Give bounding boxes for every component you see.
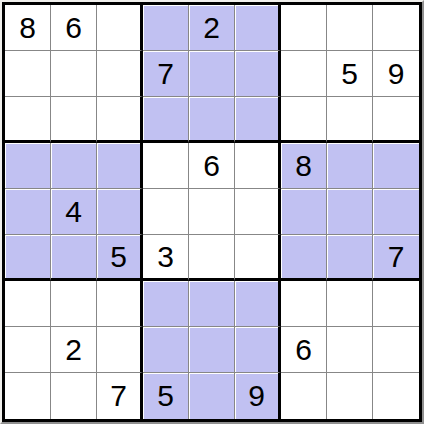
cell-r1c8[interactable] — [327, 5, 373, 51]
cell-r5c7[interactable] — [281, 189, 327, 235]
cell-r9c3[interactable]: 7 — [97, 373, 143, 419]
cell-r9c4[interactable]: 5 — [143, 373, 189, 419]
cell-r6c6[interactable] — [235, 235, 281, 281]
cell-r7c9[interactable] — [373, 281, 419, 327]
cell-r8c4[interactable] — [143, 327, 189, 373]
cell-r7c3[interactable] — [97, 281, 143, 327]
cell-r4c2[interactable] — [51, 143, 97, 189]
cell-r3c9[interactable] — [373, 97, 419, 143]
cell-r5c1[interactable] — [5, 189, 51, 235]
cell-r9c1[interactable] — [5, 373, 51, 419]
cell-r8c1[interactable] — [5, 327, 51, 373]
cell-r6c8[interactable] — [327, 235, 373, 281]
cell-r1c7[interactable] — [281, 5, 327, 51]
cell-r3c3[interactable] — [97, 97, 143, 143]
cell-r1c9[interactable] — [373, 5, 419, 51]
cell-r4c3[interactable] — [97, 143, 143, 189]
cell-r8c6[interactable] — [235, 327, 281, 373]
cell-r5c9[interactable] — [373, 189, 419, 235]
cell-r9c5[interactable] — [189, 373, 235, 419]
cell-r2c7[interactable] — [281, 51, 327, 97]
cell-r4c1[interactable] — [5, 143, 51, 189]
cell-r3c4[interactable] — [143, 97, 189, 143]
cell-r2c9[interactable]: 9 — [373, 51, 419, 97]
cell-r4c9[interactable] — [373, 143, 419, 189]
cell-r8c2[interactable]: 2 — [51, 327, 97, 373]
cell-r7c4[interactable] — [143, 281, 189, 327]
cell-r2c1[interactable] — [5, 51, 51, 97]
cell-r3c8[interactable] — [327, 97, 373, 143]
cell-r3c1[interactable] — [5, 97, 51, 143]
cell-r1c1[interactable]: 8 — [5, 5, 51, 51]
cell-r4c7[interactable]: 8 — [281, 143, 327, 189]
cell-r6c3[interactable]: 5 — [97, 235, 143, 281]
cell-r5c5[interactable] — [189, 189, 235, 235]
cell-r1c3[interactable] — [97, 5, 143, 51]
cell-r8c9[interactable] — [373, 327, 419, 373]
cell-r2c8[interactable]: 5 — [327, 51, 373, 97]
cell-r4c5[interactable]: 6 — [189, 143, 235, 189]
cell-r8c5[interactable] — [189, 327, 235, 373]
cell-r6c9[interactable]: 7 — [373, 235, 419, 281]
cell-r3c5[interactable] — [189, 97, 235, 143]
cell-r6c5[interactable] — [189, 235, 235, 281]
cell-r9c9[interactable] — [373, 373, 419, 419]
cell-r2c5[interactable] — [189, 51, 235, 97]
cell-r3c7[interactable] — [281, 97, 327, 143]
cell-r7c5[interactable] — [189, 281, 235, 327]
sudoku-board: 86275968453726759 — [2, 2, 422, 422]
cell-r7c8[interactable] — [327, 281, 373, 327]
cell-r7c7[interactable] — [281, 281, 327, 327]
cell-r5c8[interactable] — [327, 189, 373, 235]
cell-r5c6[interactable] — [235, 189, 281, 235]
cell-r4c4[interactable] — [143, 143, 189, 189]
cell-r8c3[interactable] — [97, 327, 143, 373]
cell-r9c6[interactable]: 9 — [235, 373, 281, 419]
cell-r7c6[interactable] — [235, 281, 281, 327]
cell-r2c6[interactable] — [235, 51, 281, 97]
cell-r1c4[interactable] — [143, 5, 189, 51]
cell-r2c4[interactable]: 7 — [143, 51, 189, 97]
cell-r3c2[interactable] — [51, 97, 97, 143]
cell-r9c2[interactable] — [51, 373, 97, 419]
cell-r8c7[interactable]: 6 — [281, 327, 327, 373]
cell-r2c2[interactable] — [51, 51, 97, 97]
cell-r8c8[interactable] — [327, 327, 373, 373]
cell-r1c5[interactable]: 2 — [189, 5, 235, 51]
cell-r7c2[interactable] — [51, 281, 97, 327]
cell-r1c2[interactable]: 6 — [51, 5, 97, 51]
sudoku-window-frame: 86275968453726759 — [0, 0, 424, 424]
cell-r6c4[interactable]: 3 — [143, 235, 189, 281]
cell-r1c6[interactable] — [235, 5, 281, 51]
cell-r9c8[interactable] — [327, 373, 373, 419]
cell-r5c3[interactable] — [97, 189, 143, 235]
cell-r6c7[interactable] — [281, 235, 327, 281]
cell-r6c2[interactable] — [51, 235, 97, 281]
cell-r9c7[interactable] — [281, 373, 327, 419]
cell-r5c4[interactable] — [143, 189, 189, 235]
cell-r4c8[interactable] — [327, 143, 373, 189]
cell-r6c1[interactable] — [5, 235, 51, 281]
cell-r7c1[interactable] — [5, 281, 51, 327]
cell-r2c3[interactable] — [97, 51, 143, 97]
cell-r4c6[interactable] — [235, 143, 281, 189]
cell-r5c2[interactable]: 4 — [51, 189, 97, 235]
cell-r3c6[interactable] — [235, 97, 281, 143]
